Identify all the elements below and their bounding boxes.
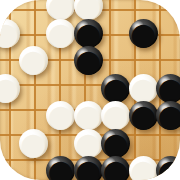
black-stone: ● <box>129 19 158 48</box>
stone-glyph: ● <box>0 74 19 103</box>
white-stone: ● <box>0 19 20 48</box>
black-stone: ● <box>46 156 75 180</box>
black-stone: ● <box>156 101 180 130</box>
stone-glyph: ● <box>47 19 73 48</box>
black-stone: ● <box>101 156 130 180</box>
black-stone: ● <box>74 156 103 180</box>
stone-glyph: ● <box>75 156 101 180</box>
stone-glyph: ● <box>157 156 180 180</box>
stone-glyph: ● <box>130 101 156 130</box>
black-stone: ● <box>74 46 103 75</box>
white-stone: ● <box>19 129 48 158</box>
stone-glyph: ● <box>130 19 156 48</box>
white-stone: ● <box>129 156 158 180</box>
stone-glyph: ● <box>47 101 73 130</box>
stone-glyph: ● <box>157 101 180 130</box>
stone-glyph: ● <box>0 19 19 48</box>
white-stone: ● <box>19 46 48 75</box>
white-stone: ● <box>46 19 75 48</box>
white-stone: ● <box>0 74 20 103</box>
go-app-icon[interactable]: ●●●●●●●●●●●●●●●●●●●●●●●●● <box>0 0 180 180</box>
black-stone: ● <box>129 101 158 130</box>
black-stone: ● <box>156 156 180 180</box>
stone-glyph: ● <box>102 156 128 180</box>
stone-glyph: ● <box>20 129 46 158</box>
stone-glyph: ● <box>47 156 73 180</box>
stone-glyph: ● <box>130 156 156 180</box>
white-stone: ● <box>46 101 75 130</box>
stone-glyph: ● <box>20 46 46 75</box>
stone-glyph: ● <box>75 46 101 75</box>
